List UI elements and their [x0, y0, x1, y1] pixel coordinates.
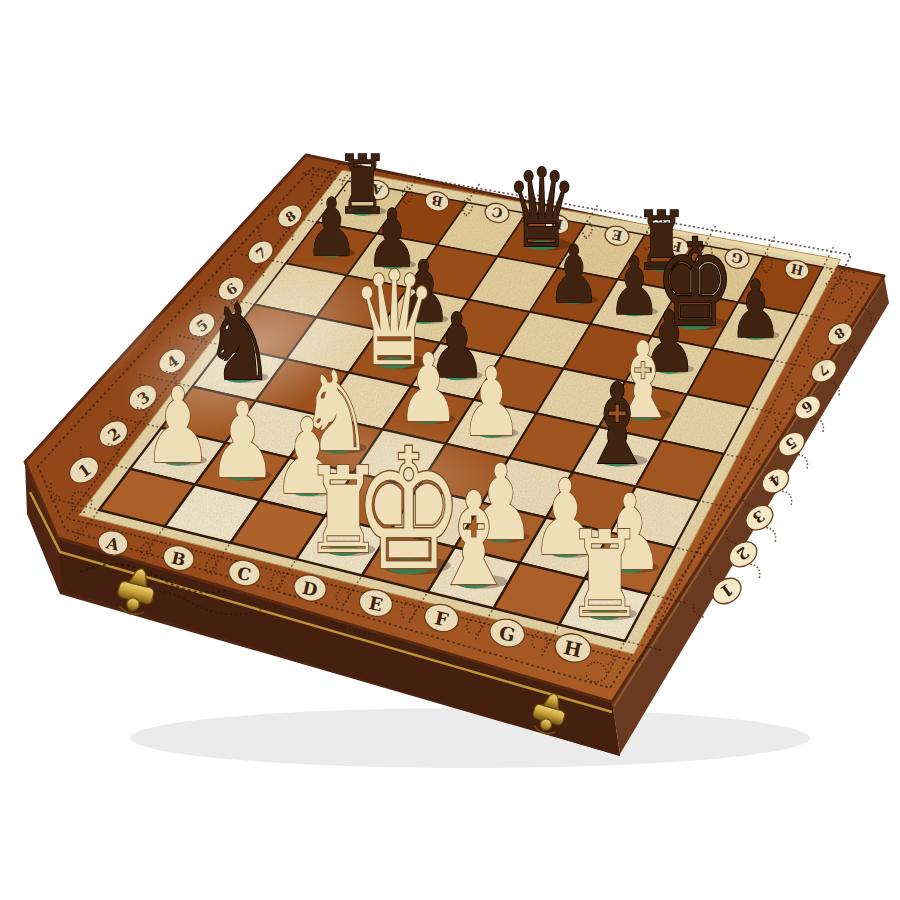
piece-white-pawn-a2[interactable]: ♟: [143, 365, 212, 487]
chess-board-svg: A A 8 8 B B 7 7 C C: [0, 0, 900, 900]
svg-text:♝: ♝: [431, 464, 516, 614]
svg-text:♟: ♟: [548, 228, 601, 320]
svg-text:♟: ♟: [460, 347, 523, 457]
svg-text:♟: ♟: [305, 181, 358, 273]
svg-text:♟: ♟: [729, 263, 782, 355]
floor-shadow: [130, 708, 810, 768]
piece-white-pawn-b2[interactable]: ♟: [208, 381, 277, 503]
board-photo: A A 8 8 B B 7 7 C C: [0, 0, 900, 900]
piece-black-pawn-h7[interactable]: ♟: [729, 263, 782, 355]
svg-text:♟: ♟: [143, 365, 212, 487]
piece-black-pawn-a7[interactable]: ♟: [305, 181, 358, 273]
piece-white-pawn-e4[interactable]: ♟: [460, 347, 523, 457]
svg-text:♜: ♜: [565, 505, 644, 644]
piece-white-bishop-f1[interactable]: ♝: [431, 464, 516, 614]
piece-white-rook-h1[interactable]: ♜: [565, 505, 644, 644]
svg-text:♟: ♟: [208, 381, 277, 503]
piece-black-pawn-e7[interactable]: ♟: [548, 228, 601, 320]
